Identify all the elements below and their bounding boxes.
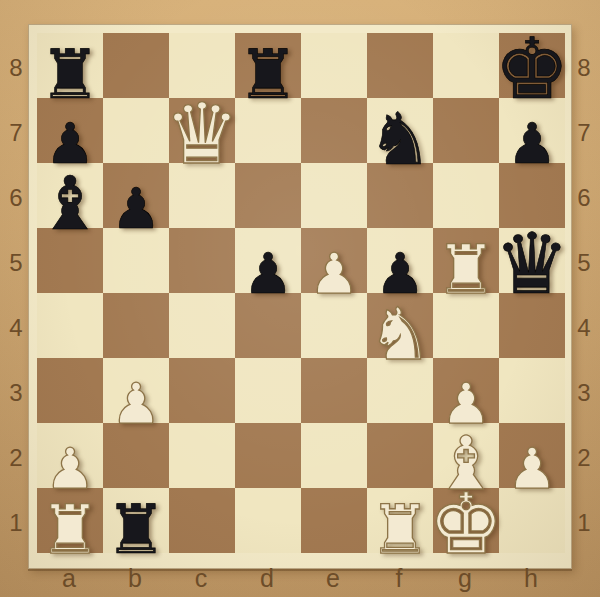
pawn-icon: ♟ bbox=[243, 246, 293, 302]
rank-label-right-5: 5 bbox=[571, 227, 597, 292]
square-c2[interactable] bbox=[169, 423, 235, 488]
pawn-icon: ♟ bbox=[309, 246, 359, 302]
piece-black-bishop-a6[interactable]: ♝ bbox=[37, 163, 103, 228]
square-g7[interactable] bbox=[433, 98, 499, 163]
chess-diagram: ♜♜♚♟♛♞♟♝♟♟♟♟♜♛♞♟♟♟♝♟♜♜♜♚ 87654321 876543… bbox=[0, 0, 600, 597]
rook-icon: ♜ bbox=[436, 236, 497, 304]
square-a4[interactable] bbox=[37, 293, 103, 358]
rank-label-left-4: 4 bbox=[3, 292, 29, 357]
square-d1[interactable] bbox=[235, 488, 301, 553]
knight-icon: ♞ bbox=[368, 298, 433, 370]
square-f2[interactable] bbox=[367, 423, 433, 488]
rank-labels-left: 87654321 bbox=[3, 32, 29, 552]
piece-white-rook-f1[interactable]: ♜ bbox=[367, 488, 433, 553]
rank-label-left-8: 8 bbox=[3, 32, 29, 97]
piece-white-pawn-h2[interactable]: ♟ bbox=[499, 423, 565, 488]
square-e2[interactable] bbox=[301, 423, 367, 488]
piece-black-pawn-b6[interactable]: ♟ bbox=[103, 163, 169, 228]
piece-black-rook-a8[interactable]: ♜ bbox=[37, 33, 103, 98]
chess-board: ♜♜♚♟♛♞♟♝♟♟♟♟♜♛♞♟♟♟♝♟♜♜♜♚ bbox=[37, 33, 565, 553]
piece-black-knight-f7[interactable]: ♞ bbox=[367, 98, 433, 163]
square-f8[interactable] bbox=[367, 33, 433, 98]
file-label-d: d bbox=[234, 562, 300, 595]
square-e8[interactable] bbox=[301, 33, 367, 98]
piece-white-rook-g5[interactable]: ♜ bbox=[433, 228, 499, 293]
square-d3[interactable] bbox=[235, 358, 301, 423]
rank-label-right-7: 7 bbox=[571, 97, 597, 162]
piece-white-pawn-e5[interactable]: ♟ bbox=[301, 228, 367, 293]
pawn-icon: ♟ bbox=[111, 376, 161, 432]
piece-black-rook-b1[interactable]: ♜ bbox=[103, 488, 169, 553]
square-e1[interactable] bbox=[301, 488, 367, 553]
file-label-h: h bbox=[498, 562, 564, 595]
rank-label-right-8: 8 bbox=[571, 32, 597, 97]
square-c3[interactable] bbox=[169, 358, 235, 423]
piece-white-pawn-a2[interactable]: ♟ bbox=[37, 423, 103, 488]
rank-label-left-3: 3 bbox=[3, 357, 29, 422]
square-b8[interactable] bbox=[103, 33, 169, 98]
square-h3[interactable] bbox=[499, 358, 565, 423]
king-icon: ♚ bbox=[428, 482, 503, 566]
square-g6[interactable] bbox=[433, 163, 499, 228]
piece-black-pawn-h7[interactable]: ♟ bbox=[499, 98, 565, 163]
rank-label-right-1: 1 bbox=[571, 487, 597, 552]
square-b7[interactable] bbox=[103, 98, 169, 163]
queen-icon: ♛ bbox=[494, 222, 569, 306]
square-g8[interactable] bbox=[433, 33, 499, 98]
piece-white-rook-a1[interactable]: ♜ bbox=[37, 488, 103, 553]
rook-icon: ♜ bbox=[370, 496, 431, 564]
rank-label-left-5: 5 bbox=[3, 227, 29, 292]
board-mat: ♜♜♚♟♛♞♟♝♟♟♟♟♜♛♞♟♟♟♝♟♜♜♜♚ bbox=[28, 24, 572, 569]
piece-white-pawn-b3[interactable]: ♟ bbox=[103, 358, 169, 423]
square-a3[interactable] bbox=[37, 358, 103, 423]
piece-black-rook-d8[interactable]: ♜ bbox=[235, 33, 301, 98]
square-b4[interactable] bbox=[103, 293, 169, 358]
rank-label-left-1: 1 bbox=[3, 487, 29, 552]
piece-white-queen-c7[interactable]: ♛ bbox=[169, 98, 235, 163]
rank-labels-right: 87654321 bbox=[571, 32, 597, 552]
square-e3[interactable] bbox=[301, 358, 367, 423]
pawn-icon: ♟ bbox=[507, 116, 557, 172]
piece-black-queen-h5[interactable]: ♛ bbox=[499, 228, 565, 293]
square-e7[interactable] bbox=[301, 98, 367, 163]
rank-label-left-6: 6 bbox=[3, 162, 29, 227]
rook-icon: ♜ bbox=[106, 496, 167, 564]
square-d2[interactable] bbox=[235, 423, 301, 488]
pawn-icon: ♟ bbox=[111, 181, 161, 237]
piece-white-pawn-g3[interactable]: ♟ bbox=[433, 358, 499, 423]
piece-black-pawn-d5[interactable]: ♟ bbox=[235, 228, 301, 293]
piece-black-pawn-f5[interactable]: ♟ bbox=[367, 228, 433, 293]
rank-label-right-4: 4 bbox=[571, 292, 597, 357]
piece-white-knight-f4[interactable]: ♞ bbox=[367, 293, 433, 358]
file-label-e: e bbox=[300, 562, 366, 595]
square-c1[interactable] bbox=[169, 488, 235, 553]
knight-icon: ♞ bbox=[368, 103, 433, 175]
bishop-icon: ♝ bbox=[37, 166, 103, 240]
piece-black-king-h8[interactable]: ♚ bbox=[499, 33, 565, 98]
square-c5[interactable] bbox=[169, 228, 235, 293]
pawn-icon: ♟ bbox=[507, 441, 557, 497]
rank-label-left-2: 2 bbox=[3, 422, 29, 487]
queen-icon: ♛ bbox=[164, 92, 239, 176]
rook-icon: ♜ bbox=[40, 496, 101, 564]
rank-label-left-7: 7 bbox=[3, 97, 29, 162]
rank-label-right-3: 3 bbox=[571, 357, 597, 422]
square-e6[interactable] bbox=[301, 163, 367, 228]
square-c4[interactable] bbox=[169, 293, 235, 358]
rank-label-right-2: 2 bbox=[571, 422, 597, 487]
piece-black-pawn-a7[interactable]: ♟ bbox=[37, 98, 103, 163]
rook-icon: ♜ bbox=[238, 41, 299, 109]
file-label-c: c bbox=[168, 562, 234, 595]
rank-label-right-6: 6 bbox=[571, 162, 597, 227]
piece-white-king-g1[interactable]: ♚ bbox=[433, 488, 499, 553]
square-d6[interactable] bbox=[235, 163, 301, 228]
